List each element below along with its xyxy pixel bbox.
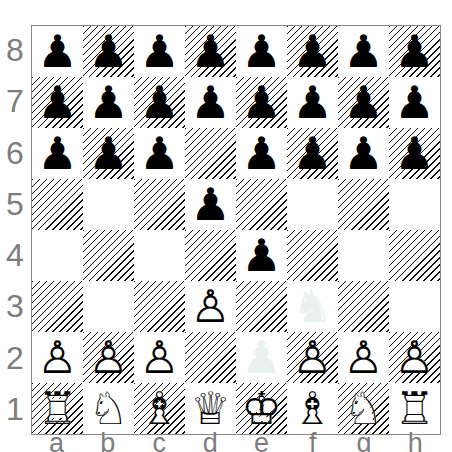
rank-label-6: 6 (0, 128, 30, 179)
square-a7[interactable]: ♟ (32, 77, 83, 128)
square-b3[interactable] (83, 281, 134, 332)
square-h1[interactable]: ♜♖ (389, 383, 440, 434)
ghost-pawn-icon: ♟ (236, 332, 287, 383)
square-c2[interactable]: ♟♙ (134, 332, 185, 383)
square-e4[interactable]: ♟ (236, 230, 287, 281)
black-pawn-icon[interactable]: ♟ (83, 128, 134, 179)
square-f3[interactable]: ♞ (287, 281, 338, 332)
square-f6[interactable]: ♟ (287, 128, 338, 179)
square-b7[interactable]: ♟ (83, 77, 134, 128)
black-pawn-icon[interactable]: ♟ (32, 77, 83, 128)
square-b8[interactable]: ♟ (83, 26, 134, 77)
rank-label-7: 7 (0, 76, 30, 127)
white-pawn-icon[interactable]: ♟♙ (134, 332, 185, 383)
square-b4[interactable] (83, 230, 134, 281)
white-rook-icon[interactable]: ♜♖ (389, 383, 440, 434)
file-label-g: g (339, 433, 390, 452)
square-a3[interactable] (32, 281, 83, 332)
square-d7[interactable]: ♟ (185, 77, 236, 128)
black-pawn-icon[interactable]: ♟ (338, 77, 389, 128)
black-pawn-icon[interactable]: ♟ (32, 26, 83, 77)
file-label-c: c (134, 433, 185, 452)
square-e7[interactable]: ♟ (236, 77, 287, 128)
square-f1[interactable]: ♝♗ (287, 383, 338, 434)
file-label-a: a (31, 433, 82, 452)
square-h2[interactable]: ♟♙ (389, 332, 440, 383)
black-pawn-icon[interactable]: ♟ (185, 77, 236, 128)
square-c7[interactable]: ♟ (134, 77, 185, 128)
square-c5[interactable] (134, 179, 185, 230)
white-pawn-icon[interactable]: ♟♙ (389, 332, 440, 383)
square-e8[interactable]: ♟ (236, 26, 287, 77)
square-f8[interactable]: ♟ (287, 26, 338, 77)
square-f2[interactable]: ♟♙ (287, 332, 338, 383)
white-rook-icon[interactable]: ♜♖ (32, 383, 83, 434)
square-a5[interactable] (32, 179, 83, 230)
rank-label-4: 4 (0, 230, 30, 281)
file-labels: abcdefgh (31, 433, 441, 452)
square-e2[interactable]: ♟ (236, 332, 287, 383)
white-pawn-icon[interactable]: ♟♙ (83, 332, 134, 383)
square-f5[interactable] (287, 179, 338, 230)
black-pawn-icon[interactable]: ♟ (287, 77, 338, 128)
square-h6[interactable]: ♟ (389, 128, 440, 179)
white-pawn-icon[interactable]: ♟♙ (185, 281, 236, 332)
square-f4[interactable] (287, 230, 338, 281)
white-pawn-icon[interactable]: ♟♙ (338, 332, 389, 383)
square-a8[interactable]: ♟ (32, 26, 83, 77)
black-pawn-icon[interactable]: ♟ (287, 128, 338, 179)
square-d1[interactable]: ♛♕ (185, 383, 236, 434)
file-label-b: b (82, 433, 133, 452)
black-pawn-icon[interactable]: ♟ (389, 77, 440, 128)
square-e1[interactable]: ♚♔ (236, 383, 287, 434)
black-pawn-icon[interactable]: ♟ (83, 77, 134, 128)
square-c6[interactable]: ♟ (134, 128, 185, 179)
file-label-h: h (390, 433, 441, 452)
white-bishop-icon[interactable]: ♝♗ (134, 383, 185, 434)
white-pawn-icon[interactable]: ♟♙ (32, 332, 83, 383)
black-pawn-icon[interactable]: ♟ (83, 26, 134, 77)
white-queen-icon[interactable]: ♛♕ (185, 383, 236, 434)
square-d3[interactable]: ♟♙ (185, 281, 236, 332)
rank-label-8: 8 (0, 25, 30, 76)
square-d2[interactable] (185, 332, 236, 383)
square-c4[interactable] (134, 230, 185, 281)
square-b2[interactable]: ♟♙ (83, 332, 134, 383)
square-a1[interactable]: ♜♖ (32, 383, 83, 434)
square-d8[interactable]: ♟ (185, 26, 236, 77)
white-knight-icon[interactable]: ♞♘ (338, 383, 389, 434)
black-pawn-icon[interactable]: ♟ (236, 26, 287, 77)
square-h8[interactable]: ♟ (389, 26, 440, 77)
square-h5[interactable] (389, 179, 440, 230)
square-e3[interactable] (236, 281, 287, 332)
square-d6[interactable] (185, 128, 236, 179)
file-label-e: e (236, 433, 287, 452)
rank-labels: 87654321 (0, 25, 30, 435)
square-g3[interactable] (338, 281, 389, 332)
square-a6[interactable]: ♟ (32, 128, 83, 179)
square-b5[interactable] (83, 179, 134, 230)
white-bishop-icon[interactable]: ♝♗ (287, 383, 338, 434)
square-a2[interactable]: ♟♙ (32, 332, 83, 383)
black-pawn-icon[interactable]: ♟ (236, 128, 287, 179)
white-knight-icon[interactable]: ♞♘ (83, 383, 134, 434)
rank-label-2: 2 (0, 333, 30, 384)
square-g2[interactable]: ♟♙ (338, 332, 389, 383)
square-h3[interactable] (389, 281, 440, 332)
black-pawn-icon[interactable]: ♟ (134, 77, 185, 128)
black-pawn-icon[interactable]: ♟ (236, 77, 287, 128)
rank-label-1: 1 (0, 384, 30, 435)
square-h7[interactable]: ♟ (389, 77, 440, 128)
black-pawn-icon[interactable]: ♟ (338, 26, 389, 77)
file-label-d: d (185, 433, 236, 452)
square-e6[interactable]: ♟ (236, 128, 287, 179)
black-pawn-icon[interactable]: ♟ (185, 179, 236, 230)
square-g7[interactable]: ♟ (338, 77, 389, 128)
black-pawn-icon[interactable]: ♟ (32, 128, 83, 179)
square-a4[interactable] (32, 230, 83, 281)
file-label-f: f (287, 433, 338, 452)
black-pawn-icon[interactable]: ♟ (389, 26, 440, 77)
square-h4[interactable] (389, 230, 440, 281)
white-pawn-icon[interactable]: ♟♙ (287, 332, 338, 383)
square-g8[interactable]: ♟ (338, 26, 389, 77)
square-g6[interactable]: ♟ (338, 128, 389, 179)
square-g4[interactable] (338, 230, 389, 281)
rank-label-5: 5 (0, 179, 30, 230)
square-c1[interactable]: ♝♗ (134, 383, 185, 434)
square-d4[interactable] (185, 230, 236, 281)
square-b6[interactable]: ♟ (83, 128, 134, 179)
rank-label-3: 3 (0, 281, 30, 332)
square-g5[interactable] (338, 179, 389, 230)
white-king-icon[interactable]: ♚♔ (236, 383, 287, 434)
square-c8[interactable]: ♟ (134, 26, 185, 77)
square-e5[interactable] (236, 179, 287, 230)
black-pawn-icon[interactable]: ♟ (236, 230, 287, 281)
square-f7[interactable]: ♟ (287, 77, 338, 128)
ghost-knight-icon: ♞ (287, 281, 338, 332)
square-c3[interactable] (134, 281, 185, 332)
square-d5[interactable]: ♟ (185, 179, 236, 230)
black-pawn-icon[interactable]: ♟ (134, 26, 185, 77)
square-g1[interactable]: ♞♘ (338, 383, 389, 434)
black-pawn-icon[interactable]: ♟ (134, 128, 185, 179)
square-b1[interactable]: ♞♘ (83, 383, 134, 434)
black-pawn-icon[interactable]: ♟ (338, 128, 389, 179)
black-pawn-icon[interactable]: ♟ (287, 26, 338, 77)
chess-board[interactable]: ♟♟♟♟♟♟♟♟♟♟♟♟♟♟♟♟♟♟♟♟♟♟♟♟♟♟♙♞♟♙♟♙♟♙♟♟♙♟♙♟… (31, 25, 441, 435)
black-pawn-icon[interactable]: ♟ (389, 128, 440, 179)
black-pawn-icon[interactable]: ♟ (185, 26, 236, 77)
